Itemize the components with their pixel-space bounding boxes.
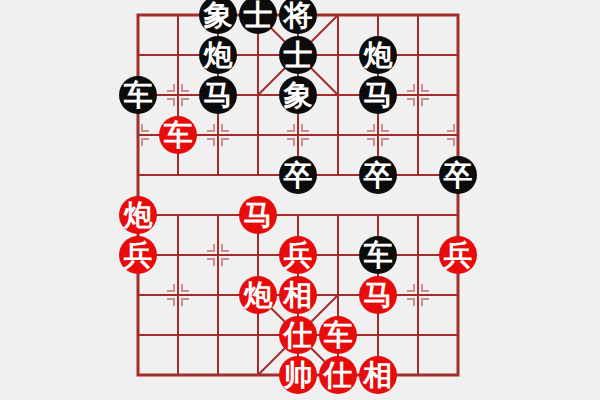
piece-black-cannon[interactable]: 炮	[359, 36, 397, 74]
piece-black-soldier[interactable]: 卒	[279, 156, 317, 194]
piece-red-cannon[interactable]: 炮	[119, 196, 157, 234]
piece-red-chariot[interactable]: 车	[159, 116, 197, 154]
piece-black-soldier[interactable]: 卒	[359, 156, 397, 194]
piece-red-horse[interactable]: 马	[239, 196, 277, 234]
piece-red-soldier[interactable]: 兵	[439, 236, 477, 274]
piece-black-horse[interactable]: 马	[199, 76, 237, 114]
piece-red-soldier[interactable]: 兵	[119, 236, 157, 274]
piece-black-general[interactable]: 将	[279, 0, 317, 34]
piece-black-chariot[interactable]: 车	[359, 236, 397, 274]
piece-black-cannon[interactable]: 炮	[199, 36, 237, 74]
piece-red-elephant[interactable]: 相	[359, 356, 397, 394]
piece-black-soldier[interactable]: 卒	[439, 156, 477, 194]
piece-black-advisor[interactable]: 士	[239, 0, 277, 34]
piece-red-general[interactable]: 帅	[279, 356, 317, 394]
piece-black-elephant[interactable]: 象	[279, 76, 317, 114]
piece-red-chariot[interactable]: 车	[319, 316, 357, 354]
piece-red-cannon[interactable]: 炮	[239, 276, 277, 314]
piece-red-soldier[interactable]: 兵	[279, 236, 317, 274]
piece-black-elephant[interactable]: 象	[199, 0, 237, 34]
piece-black-advisor[interactable]: 士	[279, 36, 317, 74]
xiangqi-board[interactable]: 象士将炮士炮车马象马卒卒卒车车炮马兵兵兵炮相马仕车帅仕相	[0, 0, 600, 400]
piece-red-advisor[interactable]: 仕	[319, 356, 357, 394]
piece-red-elephant[interactable]: 相	[279, 276, 317, 314]
piece-black-horse[interactable]: 马	[359, 76, 397, 114]
piece-layer: 象士将炮士炮车马象马卒卒卒车车炮马兵兵兵炮相马仕车帅仕相	[0, 0, 600, 400]
piece-red-horse[interactable]: 马	[359, 276, 397, 314]
piece-red-advisor[interactable]: 仕	[279, 316, 317, 354]
piece-black-chariot[interactable]: 车	[119, 76, 157, 114]
